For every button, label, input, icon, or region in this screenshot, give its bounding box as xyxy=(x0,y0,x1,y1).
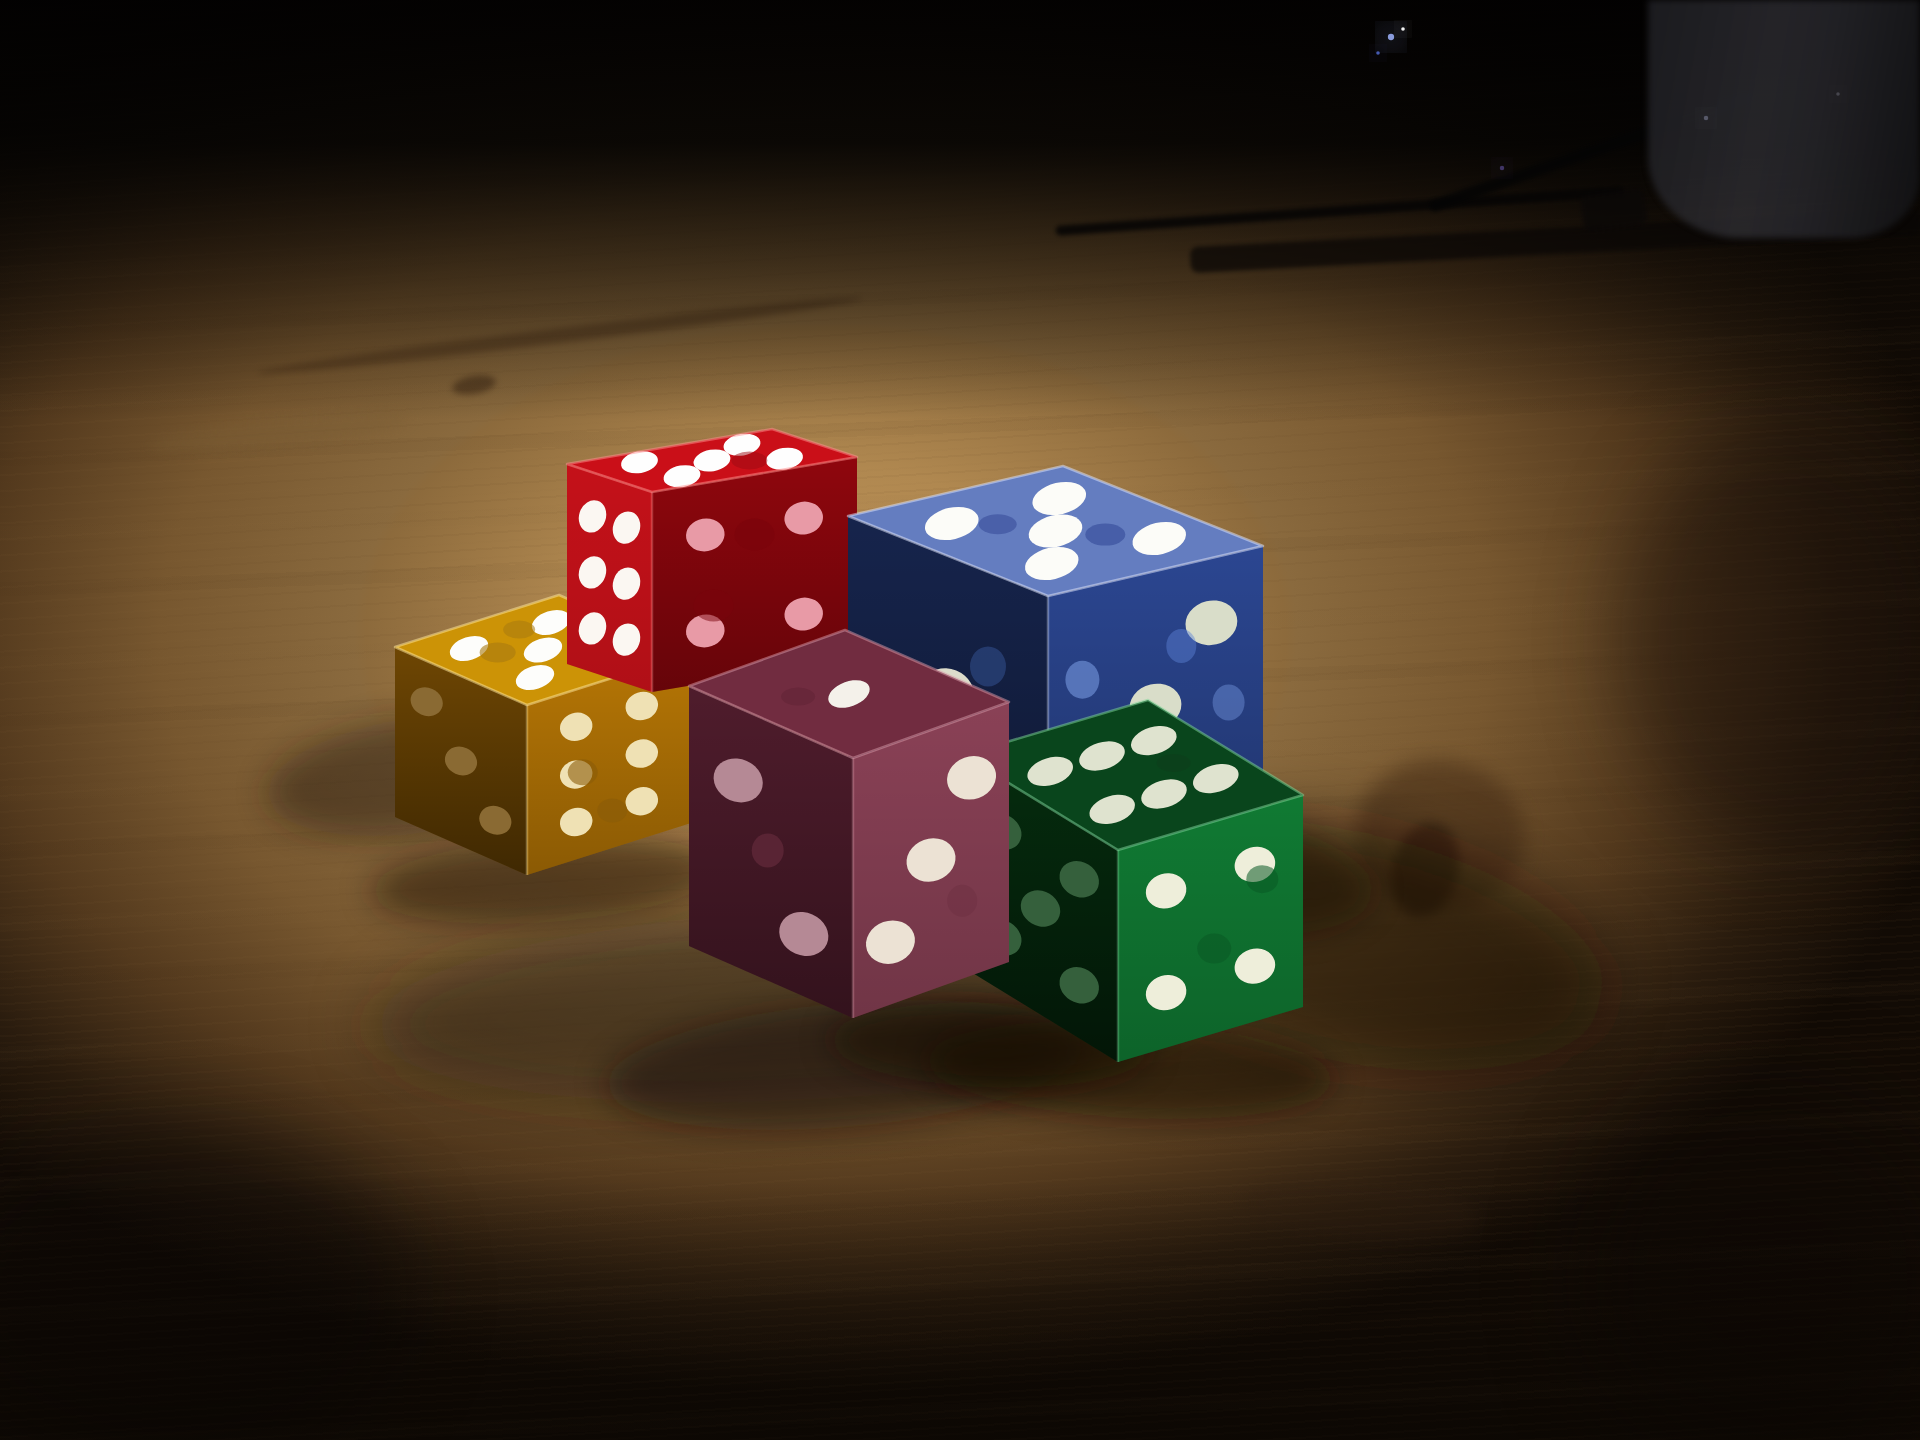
die-blue-ghost-pip xyxy=(1085,524,1125,546)
die-red-ghost-pip xyxy=(694,590,734,622)
die-blue-ghost-pip xyxy=(1166,629,1196,663)
die-purple-ghost-pip xyxy=(947,885,977,917)
die-blue-ghost-pip xyxy=(1213,685,1245,721)
die-purple-ghost-pip xyxy=(752,834,784,868)
die-blue-ghost-pip xyxy=(970,647,1006,687)
die-yellow-ghost-pip xyxy=(503,621,535,639)
die-yellow-ghost-pip xyxy=(480,642,516,662)
die-green-ghost-pip xyxy=(1197,934,1231,964)
die-red-ghost-pip xyxy=(731,452,767,470)
light-glints xyxy=(1374,25,1842,173)
die-yellow-ghost-pip xyxy=(568,759,598,785)
die-green-ghost-pip xyxy=(1246,865,1278,893)
light-glint-core xyxy=(1388,34,1394,40)
die-green-ghost-pip xyxy=(1157,754,1191,772)
light-glint-core xyxy=(1836,92,1840,96)
die-blue-ghost-pip xyxy=(979,514,1017,534)
die-purple xyxy=(689,630,1009,1018)
die-blue-ghost-pip xyxy=(1065,661,1099,699)
light-glint-core xyxy=(1401,27,1405,31)
light-glint-core xyxy=(1704,116,1709,121)
die-purple-ghost-pip xyxy=(781,688,815,706)
die-red-ghost-pip xyxy=(735,519,775,551)
dice-render xyxy=(0,0,1920,1440)
dice-photo-scene xyxy=(0,0,1920,1440)
die-yellow-ghost-pip xyxy=(597,799,627,823)
light-glint-core xyxy=(1376,51,1380,55)
light-glint-core xyxy=(1500,166,1505,171)
